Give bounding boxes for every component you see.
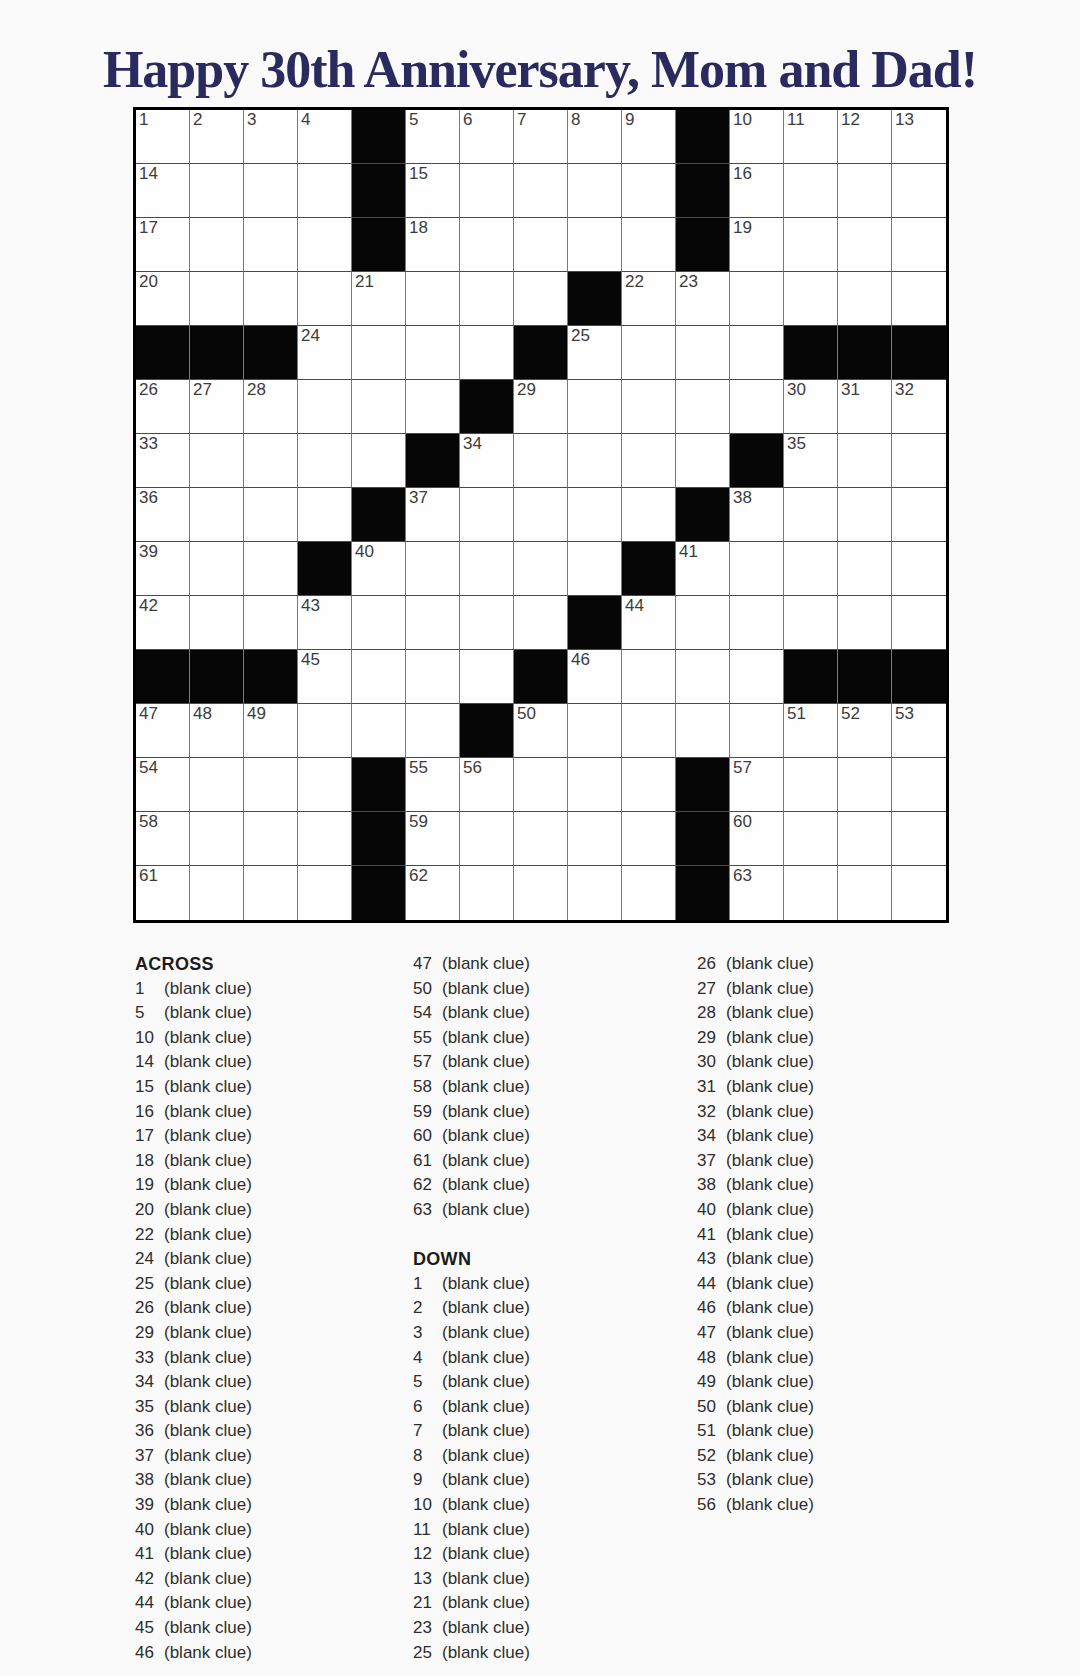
white-cell[interactable] <box>352 704 406 758</box>
white-cell[interactable] <box>460 596 514 650</box>
white-cell[interactable]: 51 <box>784 704 838 758</box>
white-cell[interactable] <box>190 218 244 272</box>
clue-number: 47 <box>413 952 442 977</box>
white-cell[interactable]: 48 <box>190 704 244 758</box>
clue-number: 16 <box>135 1100 164 1125</box>
white-cell[interactable]: 49 <box>244 704 298 758</box>
white-cell[interactable] <box>298 812 352 866</box>
white-cell[interactable] <box>406 704 460 758</box>
clue-item: 16(blank clue) <box>135 1100 252 1125</box>
white-cell[interactable] <box>838 812 892 866</box>
black-cell <box>676 758 730 812</box>
clue-number: 26 <box>135 1296 164 1321</box>
white-cell[interactable] <box>892 812 946 866</box>
clue-number: 10 <box>413 1493 442 1518</box>
white-cell[interactable]: 59 <box>406 812 460 866</box>
clue-item: 42(blank clue) <box>135 1567 252 1592</box>
white-cell[interactable]: 20 <box>136 272 190 326</box>
white-cell[interactable] <box>676 434 730 488</box>
white-cell[interactable] <box>784 596 838 650</box>
clue-number: 31 <box>697 1075 726 1100</box>
clue-text: (blank clue) <box>726 1028 814 1047</box>
white-cell[interactable]: 29 <box>514 380 568 434</box>
white-cell[interactable] <box>298 488 352 542</box>
white-cell[interactable]: 25 <box>568 326 622 380</box>
white-cell[interactable] <box>352 434 406 488</box>
white-cell[interactable] <box>676 704 730 758</box>
clue-text: (blank clue) <box>164 1544 252 1563</box>
black-cell <box>514 326 568 380</box>
white-cell[interactable] <box>514 164 568 218</box>
clue-number: 38 <box>697 1173 726 1198</box>
white-cell[interactable] <box>622 434 676 488</box>
white-cell[interactable] <box>838 272 892 326</box>
white-cell[interactable] <box>892 218 946 272</box>
white-cell[interactable] <box>352 380 406 434</box>
black-cell <box>676 164 730 218</box>
clue-item: 37(blank clue) <box>697 1149 814 1174</box>
black-cell <box>730 434 784 488</box>
white-cell[interactable] <box>622 326 676 380</box>
white-cell[interactable] <box>406 542 460 596</box>
white-cell[interactable] <box>406 596 460 650</box>
clue-text: (blank clue) <box>442 1052 530 1071</box>
white-cell[interactable]: 39 <box>136 542 190 596</box>
clue-item: 25(blank clue) <box>413 1641 530 1666</box>
clue-text: (blank clue) <box>164 1274 252 1293</box>
white-cell[interactable] <box>730 704 784 758</box>
white-cell[interactable]: 12 <box>838 110 892 164</box>
white-cell[interactable]: 17 <box>136 218 190 272</box>
white-cell[interactable] <box>622 164 676 218</box>
white-cell[interactable] <box>622 650 676 704</box>
white-cell[interactable]: 40 <box>352 542 406 596</box>
white-cell[interactable] <box>730 542 784 596</box>
page: { "game": "crossword", "title": "Happy 3… <box>0 0 1080 1676</box>
clue-text: (blank clue) <box>164 1052 252 1071</box>
white-cell[interactable]: 13 <box>892 110 946 164</box>
white-cell[interactable] <box>892 866 946 920</box>
clue-number: 5 <box>135 1001 164 1026</box>
clue-text: (blank clue) <box>164 1077 252 1096</box>
white-cell[interactable] <box>244 434 298 488</box>
white-cell[interactable]: 19 <box>730 218 784 272</box>
white-cell[interactable] <box>784 488 838 542</box>
white-cell[interactable] <box>244 596 298 650</box>
white-cell[interactable] <box>838 866 892 920</box>
white-cell[interactable] <box>568 812 622 866</box>
clue-item: 22(blank clue) <box>135 1223 252 1248</box>
white-cell[interactable] <box>568 488 622 542</box>
clue-text: (blank clue) <box>164 1618 252 1637</box>
clue-text: (blank clue) <box>442 1593 530 1612</box>
white-cell[interactable] <box>406 380 460 434</box>
clue-text: (blank clue) <box>726 1249 814 1268</box>
white-cell[interactable] <box>838 758 892 812</box>
cell-number: 35 <box>787 434 806 454</box>
white-cell[interactable]: 38 <box>730 488 784 542</box>
white-cell[interactable] <box>190 164 244 218</box>
clue-item: 56(blank clue) <box>697 1493 814 1518</box>
white-cell[interactable]: 46 <box>568 650 622 704</box>
white-cell[interactable] <box>244 272 298 326</box>
white-cell[interactable] <box>838 164 892 218</box>
white-cell[interactable] <box>784 866 838 920</box>
clue-text: (blank clue) <box>726 1298 814 1317</box>
white-cell[interactable] <box>244 164 298 218</box>
white-cell[interactable] <box>514 434 568 488</box>
cell-number: 7 <box>517 110 526 130</box>
white-cell[interactable]: 43 <box>298 596 352 650</box>
clue-text: (blank clue) <box>164 1102 252 1121</box>
white-cell[interactable] <box>622 218 676 272</box>
clue-text: (blank clue) <box>726 1077 814 1096</box>
clue-text: (blank clue) <box>726 1102 814 1121</box>
clue-number: 45 <box>135 1616 164 1641</box>
white-cell[interactable] <box>298 434 352 488</box>
white-cell[interactable]: 34 <box>460 434 514 488</box>
clue-item: 44(blank clue) <box>135 1591 252 1616</box>
white-cell[interactable] <box>460 488 514 542</box>
white-cell[interactable]: 63 <box>730 866 784 920</box>
white-cell[interactable]: 22 <box>622 272 676 326</box>
white-cell[interactable] <box>622 488 676 542</box>
cell-number: 38 <box>733 488 752 508</box>
clue-text: (blank clue) <box>726 979 814 998</box>
white-cell[interactable] <box>244 218 298 272</box>
white-cell[interactable] <box>244 812 298 866</box>
white-cell[interactable] <box>892 434 946 488</box>
clue-item: 60(blank clue) <box>413 1124 530 1149</box>
white-cell[interactable] <box>784 272 838 326</box>
clue-number: 33 <box>135 1346 164 1371</box>
white-cell[interactable] <box>514 758 568 812</box>
clue-item: 51(blank clue) <box>697 1419 814 1444</box>
white-cell[interactable] <box>190 812 244 866</box>
clue-item: 58(blank clue) <box>413 1075 530 1100</box>
white-cell[interactable] <box>568 434 622 488</box>
clue-item: 18(blank clue) <box>135 1149 252 1174</box>
clue-item: 8(blank clue) <box>413 1444 530 1469</box>
white-cell[interactable]: 50 <box>514 704 568 758</box>
black-cell <box>784 326 838 380</box>
white-cell[interactable]: 32 <box>892 380 946 434</box>
white-cell[interactable] <box>460 326 514 380</box>
white-cell[interactable]: 9 <box>622 110 676 164</box>
clue-item: 28(blank clue) <box>697 1001 814 1026</box>
white-cell[interactable]: 6 <box>460 110 514 164</box>
white-cell[interactable] <box>892 164 946 218</box>
black-cell <box>406 434 460 488</box>
clue-text: (blank clue) <box>442 1446 530 1465</box>
black-cell <box>352 488 406 542</box>
white-cell[interactable] <box>352 326 406 380</box>
clue-item: 29(blank clue) <box>135 1321 252 1346</box>
white-cell[interactable] <box>298 758 352 812</box>
clue-text: (blank clue) <box>164 1520 252 1539</box>
crossword-grid: 1234567891011121314151617181920212223242… <box>133 107 949 923</box>
white-cell[interactable]: 30 <box>784 380 838 434</box>
white-cell[interactable] <box>892 542 946 596</box>
white-cell[interactable] <box>730 380 784 434</box>
white-cell[interactable]: 24 <box>298 326 352 380</box>
clue-item: 21(blank clue) <box>413 1591 530 1616</box>
white-cell[interactable]: 8 <box>568 110 622 164</box>
white-cell[interactable]: 15 <box>406 164 460 218</box>
white-cell[interactable] <box>784 758 838 812</box>
white-cell[interactable] <box>298 272 352 326</box>
white-cell[interactable] <box>568 218 622 272</box>
white-cell[interactable] <box>190 758 244 812</box>
white-cell[interactable] <box>298 866 352 920</box>
clue-number: 9 <box>413 1468 442 1493</box>
white-cell[interactable]: 57 <box>730 758 784 812</box>
white-cell[interactable] <box>514 488 568 542</box>
white-cell[interactable]: 14 <box>136 164 190 218</box>
white-cell[interactable]: 60 <box>730 812 784 866</box>
white-cell[interactable] <box>676 380 730 434</box>
white-cell[interactable] <box>514 866 568 920</box>
white-cell[interactable]: 21 <box>352 272 406 326</box>
white-cell[interactable] <box>622 866 676 920</box>
black-cell <box>838 326 892 380</box>
white-cell[interactable]: 35 <box>784 434 838 488</box>
white-cell[interactable] <box>460 542 514 596</box>
clue-item: 24(blank clue) <box>135 1247 252 1272</box>
white-cell[interactable] <box>838 596 892 650</box>
white-cell[interactable]: 54 <box>136 758 190 812</box>
white-cell[interactable] <box>838 488 892 542</box>
cell-number: 40 <box>355 542 374 562</box>
black-cell <box>190 326 244 380</box>
clue-text: (blank clue) <box>442 1102 530 1121</box>
white-cell[interactable] <box>190 596 244 650</box>
clue-number: 5 <box>413 1370 442 1395</box>
cell-number: 45 <box>301 650 320 670</box>
white-cell[interactable]: 45 <box>298 650 352 704</box>
white-cell[interactable] <box>676 650 730 704</box>
clue-item: 34(blank clue) <box>135 1370 252 1395</box>
black-cell <box>892 650 946 704</box>
clue-number: 60 <box>413 1124 442 1149</box>
white-cell[interactable] <box>622 380 676 434</box>
white-cell[interactable] <box>622 758 676 812</box>
white-cell[interactable] <box>406 272 460 326</box>
white-cell[interactable] <box>730 272 784 326</box>
white-cell[interactable] <box>460 218 514 272</box>
white-cell[interactable]: 4 <box>298 110 352 164</box>
white-cell[interactable] <box>622 704 676 758</box>
clue-item: 5(blank clue) <box>135 1001 252 1026</box>
clue-text: (blank clue) <box>726 1200 814 1219</box>
white-cell[interactable] <box>568 704 622 758</box>
white-cell[interactable]: 3 <box>244 110 298 164</box>
white-cell[interactable] <box>244 866 298 920</box>
white-cell[interactable]: 5 <box>406 110 460 164</box>
clue-item: 15(blank clue) <box>135 1075 252 1100</box>
white-cell[interactable] <box>298 164 352 218</box>
clue-text: (blank clue) <box>442 1372 530 1391</box>
white-cell[interactable]: 41 <box>676 542 730 596</box>
white-cell[interactable]: 62 <box>406 866 460 920</box>
cell-number: 37 <box>409 488 428 508</box>
white-cell[interactable] <box>190 272 244 326</box>
clue-item: 57(blank clue) <box>413 1050 530 1075</box>
white-cell[interactable] <box>244 542 298 596</box>
white-cell[interactable]: 55 <box>406 758 460 812</box>
cell-number: 13 <box>895 110 914 130</box>
white-cell[interactable] <box>514 542 568 596</box>
clue-number: 53 <box>697 1468 726 1493</box>
white-cell[interactable] <box>244 488 298 542</box>
cell-number: 56 <box>463 758 482 778</box>
white-cell[interactable] <box>730 326 784 380</box>
white-cell[interactable] <box>352 650 406 704</box>
clue-text: (blank clue) <box>442 979 530 998</box>
white-cell[interactable] <box>460 272 514 326</box>
white-cell[interactable]: 53 <box>892 704 946 758</box>
clue-number: 57 <box>413 1050 442 1075</box>
white-cell[interactable]: 18 <box>406 218 460 272</box>
cell-number: 1 <box>139 110 148 130</box>
white-cell[interactable] <box>838 434 892 488</box>
cell-number: 6 <box>463 110 472 130</box>
cell-number: 32 <box>895 380 914 400</box>
white-cell[interactable] <box>298 218 352 272</box>
cell-number: 61 <box>139 866 158 886</box>
white-cell[interactable] <box>514 812 568 866</box>
black-cell <box>136 326 190 380</box>
white-cell[interactable]: 1 <box>136 110 190 164</box>
black-cell <box>244 650 298 704</box>
white-cell[interactable] <box>568 164 622 218</box>
white-cell[interactable] <box>784 164 838 218</box>
white-cell[interactable] <box>568 758 622 812</box>
white-cell[interactable] <box>676 596 730 650</box>
white-cell[interactable]: 56 <box>460 758 514 812</box>
white-cell[interactable]: 58 <box>136 812 190 866</box>
white-cell[interactable] <box>460 650 514 704</box>
black-cell <box>244 326 298 380</box>
white-cell[interactable] <box>352 596 406 650</box>
black-cell <box>676 812 730 866</box>
clue-item: 19(blank clue) <box>135 1173 252 1198</box>
white-cell[interactable] <box>514 596 568 650</box>
clue-item: 14(blank clue) <box>135 1050 252 1075</box>
clue-number: 2 <box>413 1296 442 1321</box>
white-cell[interactable] <box>514 272 568 326</box>
clue-item: 47(blank clue) <box>697 1321 814 1346</box>
clue-text: (blank clue) <box>442 1028 530 1047</box>
white-cell[interactable] <box>190 866 244 920</box>
white-cell[interactable] <box>298 380 352 434</box>
white-cell[interactable]: 16 <box>730 164 784 218</box>
white-cell[interactable]: 37 <box>406 488 460 542</box>
clue-item: 46(blank clue) <box>697 1296 814 1321</box>
clue-text: (blank clue) <box>442 1544 530 1563</box>
white-cell[interactable] <box>460 866 514 920</box>
white-cell[interactable]: 47 <box>136 704 190 758</box>
clue-number: 23 <box>413 1616 442 1641</box>
white-cell[interactable]: 2 <box>190 110 244 164</box>
clue-item: 9(blank clue) <box>413 1468 530 1493</box>
white-cell[interactable]: 31 <box>838 380 892 434</box>
white-cell[interactable]: 11 <box>784 110 838 164</box>
clue-item: 7(blank clue) <box>413 1419 530 1444</box>
cell-number: 39 <box>139 542 158 562</box>
white-cell[interactable] <box>622 812 676 866</box>
white-cell[interactable] <box>838 218 892 272</box>
clue-number: 37 <box>135 1444 164 1469</box>
white-cell[interactable] <box>406 650 460 704</box>
white-cell[interactable] <box>514 218 568 272</box>
white-cell[interactable]: 42 <box>136 596 190 650</box>
clue-number: 50 <box>697 1395 726 1420</box>
white-cell[interactable]: 28 <box>244 380 298 434</box>
white-cell[interactable]: 36 <box>136 488 190 542</box>
cell-number: 44 <box>625 596 644 616</box>
white-cell[interactable] <box>298 704 352 758</box>
clue-item: 1(blank clue) <box>135 977 252 1002</box>
clue-item: 43(blank clue) <box>697 1247 814 1272</box>
clue-text: (blank clue) <box>442 1298 530 1317</box>
white-cell[interactable]: 61 <box>136 866 190 920</box>
clue-item: 35(blank clue) <box>135 1395 252 1420</box>
white-cell[interactable] <box>784 218 838 272</box>
white-cell[interactable] <box>568 380 622 434</box>
white-cell[interactable] <box>892 272 946 326</box>
white-cell[interactable] <box>568 866 622 920</box>
clue-text: (blank clue) <box>164 1470 252 1489</box>
white-cell[interactable]: 33 <box>136 434 190 488</box>
white-cell[interactable] <box>784 542 838 596</box>
white-cell[interactable] <box>190 488 244 542</box>
clue-number: 28 <box>697 1001 726 1026</box>
white-cell[interactable] <box>244 758 298 812</box>
white-cell[interactable]: 26 <box>136 380 190 434</box>
cell-number: 42 <box>139 596 158 616</box>
cell-number: 36 <box>139 488 158 508</box>
white-cell[interactable] <box>892 758 946 812</box>
white-cell[interactable] <box>460 164 514 218</box>
white-cell[interactable] <box>190 542 244 596</box>
white-cell[interactable]: 52 <box>838 704 892 758</box>
clue-number: 62 <box>413 1173 442 1198</box>
white-cell[interactable] <box>460 812 514 866</box>
white-cell[interactable] <box>676 326 730 380</box>
clue-number: 3 <box>413 1321 442 1346</box>
white-cell[interactable]: 27 <box>190 380 244 434</box>
white-cell[interactable] <box>406 326 460 380</box>
clue-number: 34 <box>135 1370 164 1395</box>
white-cell[interactable] <box>892 488 946 542</box>
white-cell[interactable] <box>892 596 946 650</box>
white-cell[interactable]: 7 <box>514 110 568 164</box>
white-cell[interactable]: 44 <box>622 596 676 650</box>
white-cell[interactable]: 23 <box>676 272 730 326</box>
white-cell[interactable] <box>190 434 244 488</box>
white-cell[interactable] <box>730 650 784 704</box>
black-cell <box>676 110 730 164</box>
cell-number: 53 <box>895 704 914 724</box>
black-cell <box>460 704 514 758</box>
white-cell[interactable] <box>568 542 622 596</box>
white-cell[interactable] <box>730 596 784 650</box>
white-cell[interactable] <box>838 542 892 596</box>
white-cell[interactable] <box>784 812 838 866</box>
cell-number: 54 <box>139 758 158 778</box>
white-cell[interactable]: 10 <box>730 110 784 164</box>
